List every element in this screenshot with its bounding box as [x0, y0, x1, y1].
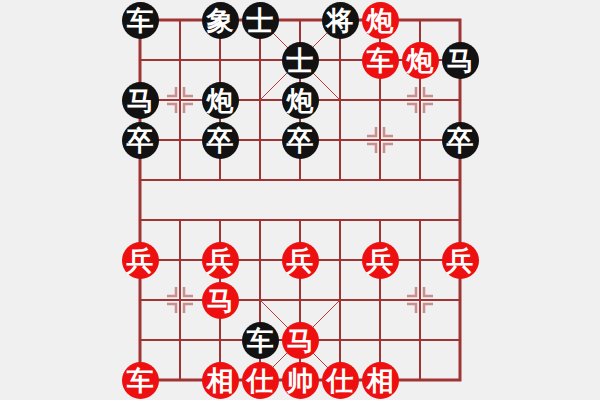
- piece-red-cannon[interactable]: 炮: [402, 42, 439, 79]
- piece-black-chariot[interactable]: 车: [242, 322, 279, 359]
- piece-black-advisor[interactable]: 士: [242, 2, 279, 39]
- piece-red-soldier[interactable]: 兵: [282, 242, 319, 279]
- piece-red-soldier[interactable]: 兵: [442, 242, 479, 279]
- piece-red-chariot[interactable]: 车: [362, 42, 399, 79]
- piece-black-horse[interactable]: 马: [122, 82, 159, 119]
- piece-layer: 车象士将炮士车炮马马炮炮卒卒卒卒兵兵兵兵兵马车马车相仕帅仕相: [120, 0, 480, 400]
- piece-black-elephant[interactable]: 象: [202, 2, 239, 39]
- piece-black-chariot[interactable]: 车: [122, 2, 159, 39]
- piece-black-horse[interactable]: 马: [442, 42, 479, 79]
- piece-red-cannon[interactable]: 炮: [362, 2, 399, 39]
- piece-red-advisor[interactable]: 仕: [322, 362, 359, 399]
- piece-red-horse[interactable]: 马: [202, 282, 239, 319]
- piece-red-elephant[interactable]: 相: [202, 362, 239, 399]
- piece-red-soldier[interactable]: 兵: [202, 242, 239, 279]
- piece-red-chariot[interactable]: 车: [122, 362, 159, 399]
- piece-red-horse[interactable]: 马: [282, 322, 319, 359]
- piece-red-advisor[interactable]: 仕: [242, 362, 279, 399]
- piece-red-elephant[interactable]: 相: [362, 362, 399, 399]
- xiangqi-board: 车象士将炮士车炮马马炮炮卒卒卒卒兵兵兵兵兵马车马车相仕帅仕相: [0, 0, 600, 400]
- piece-red-soldier[interactable]: 兵: [362, 242, 399, 279]
- piece-black-soldier[interactable]: 卒: [122, 122, 159, 159]
- piece-black-advisor[interactable]: 士: [282, 42, 319, 79]
- piece-red-soldier[interactable]: 兵: [122, 242, 159, 279]
- piece-black-cannon[interactable]: 炮: [202, 82, 239, 119]
- piece-black-soldier[interactable]: 卒: [202, 122, 239, 159]
- piece-black-soldier[interactable]: 卒: [282, 122, 319, 159]
- piece-black-soldier[interactable]: 卒: [442, 122, 479, 159]
- piece-black-general[interactable]: 将: [322, 2, 359, 39]
- piece-black-cannon[interactable]: 炮: [282, 82, 319, 119]
- piece-red-general[interactable]: 帅: [282, 362, 319, 399]
